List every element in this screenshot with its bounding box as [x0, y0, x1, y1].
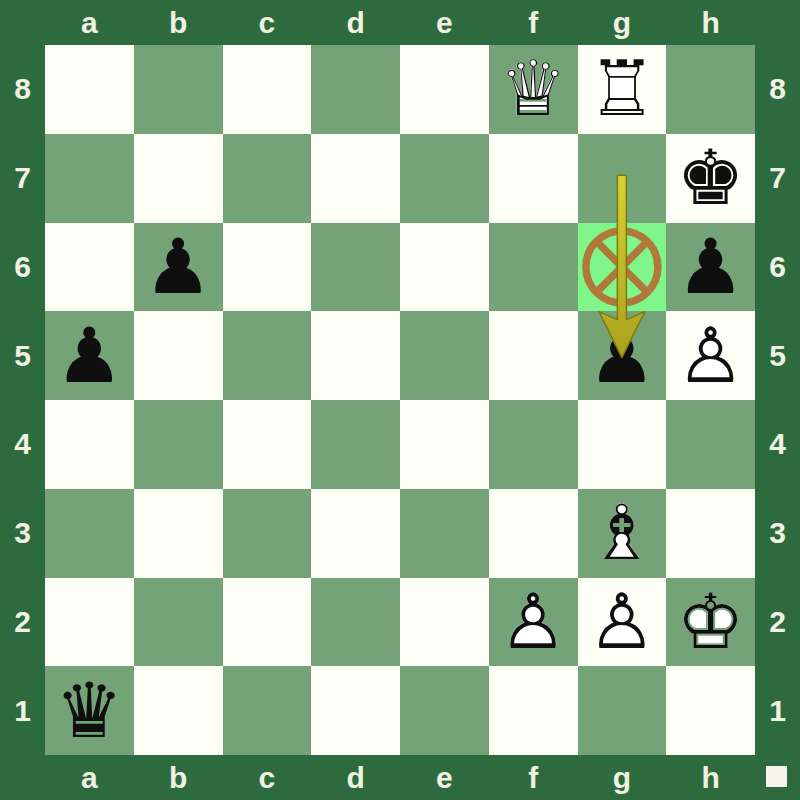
square-d4[interactable]	[311, 400, 400, 489]
square-e2[interactable]	[400, 578, 489, 667]
rank-label-4-right: 4	[755, 400, 800, 489]
black-king[interactable]: ♚	[666, 134, 755, 223]
square-h2[interactable]: ♚♔	[666, 578, 755, 667]
square-e1[interactable]	[400, 666, 489, 755]
file-label-h-bottom: h	[666, 755, 755, 800]
white-bishop-outline-glyph: ♗	[578, 489, 667, 578]
white-rook-outline-glyph: ♖	[578, 45, 667, 134]
file-label-c-top: c	[223, 0, 312, 45]
file-labels-top: abcdefgh	[45, 0, 755, 45]
white-pawn[interactable]: ♟♙	[666, 311, 755, 400]
square-b3[interactable]	[134, 489, 223, 578]
square-c2[interactable]	[223, 578, 312, 667]
rank-label-1-right: 1	[755, 666, 800, 755]
file-label-f-bottom: f	[489, 755, 578, 800]
file-label-h-top: h	[666, 0, 755, 45]
square-h4[interactable]	[666, 400, 755, 489]
rank-labels-right: 87654321	[755, 45, 800, 755]
square-h7[interactable]: ♚	[666, 134, 755, 223]
square-a4[interactable]	[45, 400, 134, 489]
square-d7[interactable]	[311, 134, 400, 223]
square-c5[interactable]	[223, 311, 312, 400]
file-label-g-top: g	[578, 0, 667, 45]
square-c1[interactable]	[223, 666, 312, 755]
white-king[interactable]: ♚♔	[666, 578, 755, 667]
square-c3[interactable]	[223, 489, 312, 578]
file-labels-bottom: abcdefgh	[45, 755, 755, 800]
square-d8[interactable]	[311, 45, 400, 134]
board-area: ♛♕♜♖♚♟♟♟♟♟♙♝♗♟♙♟♙♚♔♛	[45, 45, 755, 755]
file-label-g-bottom: g	[578, 755, 667, 800]
square-f3[interactable]	[489, 489, 578, 578]
file-label-f-top: f	[489, 0, 578, 45]
square-f8[interactable]: ♛♕	[489, 45, 578, 134]
file-label-d-bottom: d	[311, 755, 400, 800]
black-pawn-glyph: ♟	[134, 223, 223, 312]
square-f7[interactable]	[489, 134, 578, 223]
file-label-e-top: e	[400, 0, 489, 45]
square-d3[interactable]	[311, 489, 400, 578]
square-h6[interactable]: ♟	[666, 223, 755, 312]
white-rook[interactable]: ♜♖	[578, 45, 667, 134]
rank-label-6-right: 6	[755, 223, 800, 312]
square-a1[interactable]: ♛	[45, 666, 134, 755]
square-a7[interactable]	[45, 134, 134, 223]
rank-label-6-left: 6	[0, 223, 45, 312]
square-g5[interactable]: ♟	[578, 311, 667, 400]
square-d5[interactable]	[311, 311, 400, 400]
square-g4[interactable]	[578, 400, 667, 489]
rank-label-8-left: 8	[0, 45, 45, 134]
square-g7[interactable]	[578, 134, 667, 223]
white-bishop[interactable]: ♝♗	[578, 489, 667, 578]
square-b7[interactable]	[134, 134, 223, 223]
square-g8[interactable]: ♜♖	[578, 45, 667, 134]
square-b8[interactable]	[134, 45, 223, 134]
white-queen-outline-glyph: ♕	[489, 45, 578, 134]
black-queen-glyph: ♛	[45, 666, 134, 755]
square-g1[interactable]	[578, 666, 667, 755]
corner-marker	[766, 766, 787, 787]
black-pawn[interactable]: ♟	[578, 311, 667, 400]
square-e4[interactable]	[400, 400, 489, 489]
white-pawn-outline-glyph: ♙	[666, 311, 755, 400]
chess-diagram: abcdefgh 87654321 ♛♕♜♖♚♟♟♟♟♟♙♝♗♟♙♟♙♚♔♛ 8…	[0, 0, 800, 800]
white-pawn[interactable]: ♟♙	[578, 578, 667, 667]
square-c7[interactable]	[223, 134, 312, 223]
square-g2[interactable]: ♟♙	[578, 578, 667, 667]
black-pawn[interactable]: ♟	[134, 223, 223, 312]
file-label-e-bottom: e	[400, 755, 489, 800]
square-b4[interactable]	[134, 400, 223, 489]
file-label-d-top: d	[311, 0, 400, 45]
square-a6[interactable]	[45, 223, 134, 312]
rank-label-8-right: 8	[755, 45, 800, 134]
black-pawn-glyph: ♟	[45, 311, 134, 400]
square-g6[interactable]	[578, 223, 667, 312]
square-b2[interactable]	[134, 578, 223, 667]
square-f5[interactable]	[489, 311, 578, 400]
black-queen[interactable]: ♛	[45, 666, 134, 755]
square-a3[interactable]	[45, 489, 134, 578]
square-f6[interactable]	[489, 223, 578, 312]
rank-label-3-right: 3	[755, 489, 800, 578]
rank-label-1-left: 1	[0, 666, 45, 755]
white-pawn-outline-glyph: ♙	[578, 578, 667, 667]
square-h3[interactable]	[666, 489, 755, 578]
black-pawn[interactable]: ♟	[666, 223, 755, 312]
rank-label-2-left: 2	[0, 578, 45, 667]
square-f2[interactable]: ♟♙	[489, 578, 578, 667]
file-label-b-bottom: b	[134, 755, 223, 800]
black-king-glyph: ♚	[666, 134, 755, 223]
square-d1[interactable]	[311, 666, 400, 755]
rank-label-4-left: 4	[0, 400, 45, 489]
white-king-outline-glyph: ♔	[666, 578, 755, 667]
rank-label-5-right: 5	[755, 311, 800, 400]
rank-label-5-left: 5	[0, 311, 45, 400]
square-b1[interactable]	[134, 666, 223, 755]
square-a5[interactable]: ♟	[45, 311, 134, 400]
square-f1[interactable]	[489, 666, 578, 755]
rank-label-7-left: 7	[0, 134, 45, 223]
square-h8[interactable]	[666, 45, 755, 134]
file-label-a-bottom: a	[45, 755, 134, 800]
square-f4[interactable]	[489, 400, 578, 489]
square-h5[interactable]: ♟♙	[666, 311, 755, 400]
rank-label-2-right: 2	[755, 578, 800, 667]
file-label-a-top: a	[45, 0, 134, 45]
white-pawn[interactable]: ♟♙	[489, 578, 578, 667]
black-pawn-glyph: ♟	[666, 223, 755, 312]
white-pawn-outline-glyph: ♙	[489, 578, 578, 667]
rank-labels-left: 87654321	[0, 45, 45, 755]
rank-label-7-right: 7	[755, 134, 800, 223]
square-e6[interactable]	[400, 223, 489, 312]
square-c4[interactable]	[223, 400, 312, 489]
square-d2[interactable]	[311, 578, 400, 667]
square-e3[interactable]	[400, 489, 489, 578]
square-b5[interactable]	[134, 311, 223, 400]
file-label-b-top: b	[134, 0, 223, 45]
square-g3[interactable]: ♝♗	[578, 489, 667, 578]
square-a2[interactable]	[45, 578, 134, 667]
square-c6[interactable]	[223, 223, 312, 312]
square-h1[interactable]	[666, 666, 755, 755]
square-e7[interactable]	[400, 134, 489, 223]
square-b6[interactable]: ♟	[134, 223, 223, 312]
file-label-c-bottom: c	[223, 755, 312, 800]
black-pawn[interactable]: ♟	[45, 311, 134, 400]
square-c8[interactable]	[223, 45, 312, 134]
board-grid: ♛♕♜♖♚♟♟♟♟♟♙♝♗♟♙♟♙♚♔♛	[45, 45, 755, 755]
square-e8[interactable]	[400, 45, 489, 134]
black-pawn-glyph: ♟	[578, 311, 667, 400]
square-e5[interactable]	[400, 311, 489, 400]
white-queen[interactable]: ♛♕	[489, 45, 578, 134]
rank-label-3-left: 3	[0, 489, 45, 578]
square-d6[interactable]	[311, 223, 400, 312]
square-a8[interactable]	[45, 45, 134, 134]
